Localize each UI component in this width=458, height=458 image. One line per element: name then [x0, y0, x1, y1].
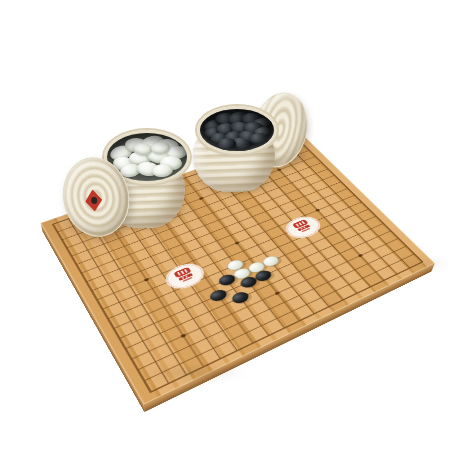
grid-line-col — [84, 213, 186, 375]
brand-sticker-left — [160, 259, 209, 293]
red-label-patch — [85, 189, 104, 213]
go-set-product-photo — [0, 0, 458, 458]
star-point — [180, 333, 186, 338]
star-point — [274, 291, 280, 295]
star-point — [199, 197, 204, 200]
star-point — [234, 241, 240, 245]
board-contact-shadow — [392, 258, 452, 270]
patch-center-dot — [91, 197, 98, 205]
star-point — [315, 209, 320, 212]
star-point — [358, 254, 364, 258]
black-stone — [230, 290, 251, 305]
brand-sticker-right — [280, 213, 325, 243]
black-stone — [208, 288, 229, 303]
black-stone-bowl — [192, 104, 278, 194]
black-stone-in-bowl — [248, 133, 268, 146]
board-contact-shadow — [140, 366, 250, 380]
black-bowl-opening — [197, 106, 277, 154]
star-point — [144, 278, 150, 282]
black-stone-in-bowl — [218, 138, 236, 149]
